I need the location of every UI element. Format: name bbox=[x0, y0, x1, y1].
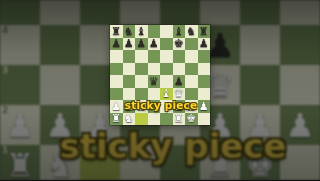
piece-black-bishop[interactable]: ♝ bbox=[136, 26, 146, 37]
square-d5[interactable] bbox=[148, 63, 161, 76]
square-a1[interactable]: ♜ bbox=[110, 113, 123, 126]
square-e5[interactable] bbox=[160, 63, 173, 76]
square-c8[interactable]: ♝ bbox=[135, 25, 148, 38]
square-g5[interactable] bbox=[185, 63, 198, 76]
piece-black-pawn[interactable]: ♟ bbox=[136, 38, 146, 49]
square-b3 bbox=[40, 65, 80, 105]
square-e7[interactable] bbox=[160, 38, 173, 51]
square-b1[interactable]: ♞ bbox=[123, 113, 136, 126]
square-e5 bbox=[160, 0, 200, 25]
piece-white-pawn: ♟ bbox=[285, 109, 315, 142]
square-a7[interactable]: ♟ bbox=[110, 38, 123, 51]
square-f6[interactable] bbox=[173, 50, 186, 63]
square-d4[interactable]: ♛ bbox=[148, 75, 161, 88]
square-b4 bbox=[40, 25, 80, 65]
square-e8[interactable] bbox=[160, 25, 173, 38]
coordinate-label: 1 bbox=[2, 146, 8, 155]
square-d6[interactable] bbox=[148, 50, 161, 63]
square-a3: 3 bbox=[0, 65, 40, 105]
square-b5 bbox=[40, 0, 80, 25]
square-g3 bbox=[240, 65, 280, 105]
square-c6[interactable] bbox=[135, 50, 148, 63]
square-e6[interactable] bbox=[160, 50, 173, 63]
piece-white-queen[interactable]: ♛ bbox=[174, 88, 184, 99]
square-f8[interactable]: ♝ bbox=[173, 25, 186, 38]
square-f1[interactable]: ♜ bbox=[173, 113, 186, 126]
square-h6[interactable] bbox=[198, 50, 211, 63]
piece-white-pawn[interactable]: ♟ bbox=[111, 101, 121, 112]
square-d7[interactable]: ♟ bbox=[148, 38, 161, 51]
square-a2: 2♟ bbox=[0, 105, 40, 145]
square-a5: 5 bbox=[0, 0, 40, 25]
square-a6[interactable] bbox=[110, 50, 123, 63]
square-h1[interactable] bbox=[198, 113, 211, 126]
piece-white-rook[interactable]: ♜ bbox=[111, 113, 121, 124]
piece-white-knight[interactable]: ♞ bbox=[124, 113, 134, 124]
square-c5[interactable] bbox=[135, 63, 148, 76]
square-b4[interactable] bbox=[123, 75, 136, 88]
piece-white-pawn: ♟ bbox=[5, 109, 35, 142]
piece-black-queen[interactable]: ♛ bbox=[149, 76, 159, 87]
square-h4[interactable] bbox=[198, 75, 211, 88]
square-h7[interactable]: ♟ bbox=[198, 38, 211, 51]
coordinate-label: 2 bbox=[2, 106, 8, 115]
square-a4: 4 bbox=[0, 25, 40, 65]
piece-black-knight[interactable]: ♞ bbox=[186, 26, 196, 37]
square-g4[interactable] bbox=[185, 75, 198, 88]
square-f7[interactable]: ♚ bbox=[173, 38, 186, 51]
piece-black-rook[interactable]: ♜ bbox=[111, 26, 121, 37]
square-g7[interactable] bbox=[185, 38, 198, 51]
square-h5 bbox=[280, 0, 320, 25]
background-caption-text: sticky piece bbox=[59, 126, 286, 166]
square-g1[interactable]: ♚ bbox=[185, 113, 198, 126]
square-h3[interactable] bbox=[198, 88, 211, 101]
square-b5[interactable] bbox=[123, 63, 136, 76]
piece-white-bishop[interactable]: ♝ bbox=[161, 88, 171, 99]
piece-black-pawn[interactable]: ♟ bbox=[111, 38, 121, 49]
square-d5 bbox=[120, 0, 160, 25]
square-e1[interactable] bbox=[160, 113, 173, 126]
square-a4[interactable] bbox=[110, 75, 123, 88]
square-g4 bbox=[240, 25, 280, 65]
piece-black-pawn[interactable]: ♟ bbox=[124, 38, 134, 49]
square-h4 bbox=[280, 25, 320, 65]
piece-white-king[interactable]: ♚ bbox=[186, 113, 196, 124]
square-c5 bbox=[80, 0, 120, 25]
square-f4[interactable]: ♟ bbox=[173, 75, 186, 88]
square-d1[interactable] bbox=[148, 113, 161, 126]
piece-white-rook: ♜ bbox=[5, 149, 35, 181]
square-a1: 1♜ bbox=[0, 145, 40, 180]
square-a5[interactable] bbox=[110, 63, 123, 76]
piece-black-bishop[interactable]: ♝ bbox=[174, 26, 184, 37]
square-a8[interactable]: ♜ bbox=[110, 25, 123, 38]
piece-black-knight[interactable]: ♞ bbox=[124, 26, 134, 37]
square-d8[interactable] bbox=[148, 25, 161, 38]
square-h2[interactable]: ♟ bbox=[198, 100, 211, 113]
square-f5 bbox=[200, 0, 240, 25]
video-frame: 8♜♞♝♝♞♜7♟♟♟♟♚♟654♛♟3♝♛2♟♟♟♟♟♟1♜♞♜♚ stick… bbox=[0, 0, 320, 180]
square-e4[interactable] bbox=[160, 75, 173, 88]
square-h8[interactable]: ♜ bbox=[198, 25, 211, 38]
piece-black-pawn[interactable]: ♟ bbox=[149, 38, 159, 49]
piece-white-pawn[interactable]: ♟ bbox=[199, 101, 209, 112]
coordinate-label: 3 bbox=[2, 66, 8, 75]
piece-black-rook[interactable]: ♜ bbox=[199, 26, 209, 37]
square-c7[interactable]: ♟ bbox=[135, 38, 148, 51]
piece-black-pawn[interactable]: ♟ bbox=[174, 76, 184, 87]
square-h3 bbox=[280, 65, 320, 105]
caption-text: sticky piece bbox=[125, 99, 198, 111]
square-b7[interactable]: ♟ bbox=[123, 38, 136, 51]
square-c1[interactable] bbox=[135, 113, 148, 126]
square-g6[interactable] bbox=[185, 50, 198, 63]
square-b6[interactable] bbox=[123, 50, 136, 63]
piece-white-rook[interactable]: ♜ bbox=[174, 113, 184, 124]
square-a2[interactable]: ♟ bbox=[110, 100, 123, 113]
square-h5[interactable] bbox=[198, 63, 211, 76]
piece-black-pawn[interactable]: ♟ bbox=[199, 38, 209, 49]
square-g5 bbox=[240, 0, 280, 25]
square-b8[interactable]: ♞ bbox=[123, 25, 136, 38]
square-f5[interactable] bbox=[173, 63, 186, 76]
square-g8[interactable]: ♞ bbox=[185, 25, 198, 38]
square-c4[interactable] bbox=[135, 75, 148, 88]
piece-black-king[interactable]: ♚ bbox=[174, 38, 184, 49]
square-a3[interactable] bbox=[110, 88, 123, 101]
coordinate-label: 4 bbox=[2, 26, 8, 35]
